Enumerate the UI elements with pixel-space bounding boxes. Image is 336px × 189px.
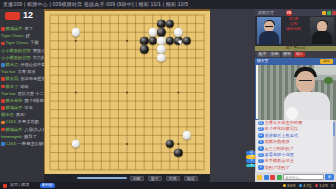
danmaku-scroll-thumb[interactable]: [333, 122, 335, 136]
board-tool-button[interactable]: 对局: [166, 176, 180, 181]
live-dot-icon: [3, 184, 7, 188]
match-info-line: 读秒30秒: [281, 27, 306, 32]
user-badge-icon: [1, 42, 5, 46]
game-action-button[interactable]: 形势: [269, 52, 280, 57]
send-button[interactable]: 发: [325, 174, 334, 180]
user-badge-icon: [1, 121, 5, 125]
window-titlebar: 直播009 | 棋牌中心 | 009棋牌对弈 迎战高手 009 (9段中) | …: [0, 0, 336, 9]
user-badge-icon: [1, 106, 5, 110]
emoji-icon[interactable]: [264, 175, 269, 180]
user-badge-icon: [1, 27, 5, 31]
move-counter: 12: [23, 10, 33, 20]
danmaku-input-row: 说点什么... 发: [255, 172, 336, 182]
emoji-icon[interactable]: [270, 175, 275, 180]
match-info: 第1局让先读秒30秒: [281, 17, 306, 44]
game-window-title: 对弈大厅: [255, 10, 274, 15]
level-badge: 6: [258, 146, 264, 150]
level-badge: 7: [258, 159, 264, 163]
chat-message: Tiger Chess: 下棋: [1, 39, 44, 46]
user-badge-icon: [1, 85, 5, 89]
avatar-torso: [312, 31, 332, 44]
game-action-button[interactable]: 研究: [282, 52, 293, 57]
level-badge: 33: [258, 121, 264, 125]
chat-message: 棋城高手: 八段(九入9段): [1, 126, 44, 133]
chat-message: 棋城高手: 来了: [1, 25, 44, 32]
live-badge: [5, 12, 20, 20]
stat-item: 4.7亿: [299, 184, 312, 188]
go-board[interactable]: [44, 9, 210, 174]
user-badge-icon: [1, 142, 5, 146]
danmaku-message: 3学到了学到了: [256, 165, 336, 171]
stat-item: 8.6万: [283, 184, 296, 188]
player-left-avatar: [257, 17, 281, 44]
stat-dot-icon: [299, 184, 303, 188]
move-slider[interactable]: [77, 177, 127, 179]
stat-dot-icon: [283, 184, 287, 188]
report-button[interactable]: 举报: [320, 59, 333, 64]
board-tool-button[interactable]: 数子: [148, 176, 162, 181]
chat-message: 小小棋圣粉丝团: 通报小棋圣: [1, 47, 44, 54]
exit-button[interactable]: 退出: [294, 52, 305, 57]
user-badge-icon: [1, 128, 5, 132]
stat-dot-icon: [315, 184, 319, 188]
close-icon[interactable]: [332, 11, 336, 15]
webcam-feed: [258, 65, 336, 120]
user-badge-icon: [1, 63, 5, 67]
chat-message: Yao fan: 最快大胜 十二连胜: [1, 90, 44, 97]
stat-item: 5.2万: [315, 184, 328, 188]
chat-message: Yao fan: 大哥 加油: [1, 68, 44, 75]
sidebar-chat-list[interactable]: 棋城高手: 来了Tiger Chess: 好Tiger Chess: 下棋小小棋…: [1, 25, 44, 147]
star-icon[interactable]: [322, 11, 326, 15]
emoji-icon[interactable]: [277, 175, 282, 180]
board-tool-button[interactable]: 判断: [130, 176, 144, 181]
board-toolbar: 判断数子对局棋谱: [44, 174, 210, 182]
chat-message: 小小棋圣粉丝团: 古力刘 1909: [1, 54, 44, 61]
user-badge-icon: [1, 99, 5, 103]
chat-input[interactable]: 说点什么...: [283, 174, 324, 180]
stream-stats: 8.6万4.7亿5.2万: [283, 182, 328, 189]
menu-icon[interactable]: ≡: [331, 182, 334, 189]
chat-message: C163: 不要太容易: [1, 118, 44, 125]
bottom-tabs[interactable]: 对局 | 棋谱: [10, 182, 29, 187]
mail-icon[interactable]: [327, 11, 331, 15]
chat-message: 棋迷在: 再见!: [1, 111, 44, 118]
player-right-avatar: [310, 17, 334, 44]
microphone: [286, 107, 298, 120]
level-badge: 12: [258, 133, 264, 137]
chat-message: 棋城高手: 过年: [1, 104, 44, 111]
level-badge: 9: [258, 140, 264, 144]
emoji-icon[interactable]: [257, 175, 262, 180]
game-buttons-row: 数子形势研究退出: [255, 51, 336, 58]
level-badge: 22: [258, 127, 264, 131]
board-tool-button[interactable]: 棋谱: [184, 176, 198, 181]
chat-message: 棋迷老张: 两个9段都是要凑够: [1, 97, 44, 104]
avatar-torso: [259, 31, 279, 44]
danmaku-list[interactable]: 33主播今天状态不错啊22这个变化白棋可以12求讲解右上角定式9黑棋外势很厚6点…: [255, 120, 336, 172]
game-action-button[interactable]: 数子: [257, 52, 268, 57]
chat-message: 棋迷丁: 哈哈: [1, 83, 44, 90]
stream-screen: 直播009 | 棋牌中心 | 009棋牌对弈 迎战高手 009 (9段中) | …: [0, 0, 336, 189]
streamer-glasses: [299, 80, 312, 83]
user-badge-icon: [1, 77, 5, 81]
chat-message: Tiger Chess: 好: [1, 32, 44, 39]
chat-message: 棋友丙: 你说布局想学谁: [1, 75, 44, 82]
ai-analysis-button[interactable]: AI分析: [40, 183, 55, 188]
avatar-glasses: [265, 26, 273, 28]
chat-message: 棋迷乙: 外挂让你中盘必胜: [1, 61, 44, 68]
level-badge: 3: [258, 165, 264, 169]
chat-sidebar: 12 棋城高手: 来了Tiger Chess: 好Tiger Chess: 下棋…: [0, 9, 44, 189]
chat-message: C163: 一般是怎么破的: [1, 140, 44, 147]
chat-message: hmmmgmk: 膜拜了: [1, 133, 44, 140]
plant: [324, 77, 333, 84]
level-badge: 22: [258, 153, 264, 157]
